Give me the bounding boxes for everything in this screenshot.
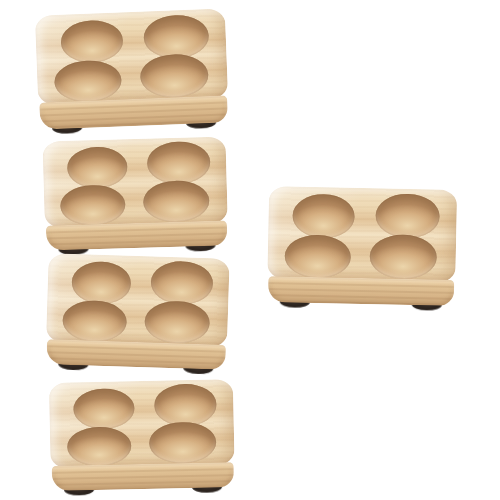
hole-bottom-left <box>66 426 131 467</box>
hole-top-left <box>73 388 135 430</box>
tray-top-face <box>35 8 228 105</box>
hole-top-right <box>143 14 209 60</box>
hole-bottom-left <box>284 235 351 279</box>
hole-bottom-left <box>60 185 125 227</box>
tray-bottom-left <box>49 379 235 491</box>
hole-top-left <box>71 261 132 305</box>
tray-front-edge <box>268 276 455 306</box>
tray-front-edge <box>46 220 228 250</box>
hole-bottom-left <box>54 59 122 103</box>
hole-top-left <box>60 20 124 65</box>
tray-top-face <box>46 253 230 348</box>
hole-bottom-right <box>142 180 209 224</box>
product-photo-canvas <box>0 0 500 500</box>
hole-bottom-right <box>369 234 438 280</box>
tray-top-face <box>267 186 457 283</box>
tray-top-face <box>43 136 228 228</box>
hole-top-right <box>154 384 217 427</box>
hole-bottom-left <box>62 300 127 343</box>
hole-top-right <box>150 261 213 306</box>
tray-lower-left <box>45 253 229 370</box>
tray-right <box>267 186 457 306</box>
hole-top-left <box>66 146 127 189</box>
hole-bottom-right <box>139 53 209 99</box>
hole-top-right <box>375 193 440 239</box>
hole-bottom-right <box>144 300 210 345</box>
hole-bottom-right <box>149 422 216 465</box>
tray-top-face <box>49 379 235 469</box>
tray-upper-left <box>43 136 229 250</box>
tray-front-edge <box>52 462 235 491</box>
tray-top-left <box>35 8 229 129</box>
hole-top-right <box>147 141 210 184</box>
hole-top-left <box>293 194 356 239</box>
